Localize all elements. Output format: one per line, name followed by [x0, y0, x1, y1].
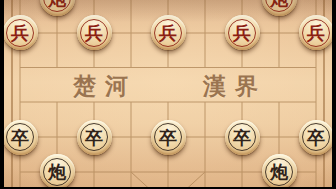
piece-black-soldier-3[interactable]: 卒 — [151, 120, 186, 155]
piece-glyph: 兵 — [77, 15, 112, 50]
piece-red-soldier-4[interactable]: 兵 — [225, 15, 260, 50]
piece-red-cannon-right[interactable]: 炮 — [262, 0, 297, 16]
piece-black-cannon-right[interactable]: 炮 — [262, 154, 297, 187]
river-label-han-jie: 漢界 — [203, 72, 267, 100]
piece-red-soldier-1[interactable]: 兵 — [4, 15, 38, 50]
piece-glyph: 炮 — [262, 154, 297, 187]
piece-red-cannon-left[interactable]: 炮 — [40, 0, 75, 16]
game-screen: 楚河 漢界 炮炮兵兵兵兵兵卒卒卒卒炮炮卒 — [0, 0, 336, 189]
piece-glyph: 卒 — [77, 120, 112, 155]
piece-black-soldier-1[interactable]: 卒 — [4, 120, 38, 155]
river-label-chu-he: 楚河 — [73, 72, 137, 100]
piece-glyph: 炮 — [40, 154, 75, 187]
piece-glyph: 炮 — [40, 0, 75, 16]
letterbox-left — [0, 0, 4, 189]
piece-glyph: 炮 — [262, 0, 297, 16]
piece-glyph: 卒 — [4, 120, 38, 155]
piece-black-cannon-left[interactable]: 炮 — [40, 154, 75, 187]
piece-black-soldier-4[interactable]: 卒 — [225, 120, 260, 155]
piece-black-soldier-5[interactable]: 卒 — [299, 120, 333, 155]
piece-red-soldier-5[interactable]: 兵 — [299, 15, 333, 50]
letterbox-bottom — [0, 187, 336, 189]
piece-red-soldier-3[interactable]: 兵 — [151, 15, 186, 50]
piece-glyph: 卒 — [299, 120, 333, 155]
xiangqi-board[interactable]: 楚河 漢界 炮炮兵兵兵兵兵卒卒卒卒炮炮卒 — [4, 0, 332, 187]
piece-red-soldier-2[interactable]: 兵 — [77, 15, 112, 50]
piece-glyph: 卒 — [225, 120, 260, 155]
piece-glyph: 卒 — [151, 120, 186, 155]
piece-glyph: 兵 — [225, 15, 260, 50]
piece-glyph: 兵 — [299, 15, 333, 50]
piece-glyph: 兵 — [4, 15, 38, 50]
letterbox-right — [332, 0, 336, 189]
piece-black-soldier-2[interactable]: 卒 — [77, 120, 112, 155]
piece-glyph: 兵 — [151, 15, 186, 50]
